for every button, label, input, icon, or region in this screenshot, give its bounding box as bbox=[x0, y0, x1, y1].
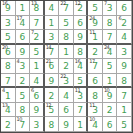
cell-digit: 5 bbox=[92, 4, 98, 13]
cell-digit: 3 bbox=[49, 33, 55, 42]
cell-digit: 4 bbox=[121, 33, 127, 42]
sudoku-cell-r8c9[interactable]: 1 bbox=[117, 103, 132, 118]
cell-digit: 6 bbox=[92, 77, 98, 86]
cage-sum-label: 12 bbox=[75, 1, 80, 6]
sudoku-cell-r5c5[interactable]: 2 bbox=[59, 59, 74, 74]
sudoku-cell-r4c1[interactable]: 206 bbox=[1, 45, 16, 60]
sudoku-cell-r4c2[interactable]: 9 bbox=[16, 45, 31, 60]
sudoku-cell-r7c5[interactable]: 4 bbox=[59, 88, 74, 103]
sudoku-cell-r2c9[interactable]: 62 bbox=[117, 16, 132, 31]
cell-digit: 3 bbox=[19, 62, 25, 71]
sudoku-cell-r4c8[interactable]: 244 bbox=[103, 45, 118, 60]
cell-digit: 7 bbox=[107, 33, 113, 42]
sudoku-cell-r9c8[interactable]: 6 bbox=[103, 117, 118, 132]
sudoku-cell-r3c7[interactable]: 111 bbox=[88, 30, 103, 45]
cell-digit: 5 bbox=[34, 48, 40, 57]
cell-digit: 6 bbox=[34, 92, 40, 101]
sudoku-cell-r1c1[interactable]: 169 bbox=[1, 1, 16, 16]
cell-digit: 1 bbox=[34, 62, 40, 71]
cage-sum-label: 12 bbox=[46, 103, 51, 108]
sudoku-cell-r3c3[interactable]: 72 bbox=[30, 30, 45, 45]
sudoku-cell-r2c2[interactable]: 174 bbox=[16, 16, 31, 31]
cage-sum-label: 6 bbox=[31, 88, 34, 93]
sudoku-cell-r3c4[interactable]: 3 bbox=[45, 30, 60, 45]
sudoku-cell-r8c7[interactable]: 113 bbox=[88, 103, 103, 118]
sudoku-cell-r5c2[interactable]: 43 bbox=[16, 59, 31, 74]
sudoku-cell-r8c4[interactable]: 125 bbox=[45, 103, 60, 118]
cell-digit: 2 bbox=[92, 48, 98, 57]
cage-sum-label: 24 bbox=[89, 16, 94, 21]
sudoku-cell-r5c9[interactable]: 9 bbox=[117, 59, 132, 74]
sudoku-cell-r4c6[interactable]: 8 bbox=[74, 45, 89, 60]
cell-digit: 2 bbox=[121, 19, 127, 28]
cell-digit: 5 bbox=[19, 92, 25, 101]
cage-sum-label: 16 bbox=[2, 1, 7, 6]
cell-digit: 1 bbox=[49, 19, 55, 28]
cell-digit: 1 bbox=[77, 121, 83, 130]
cell-digit: 4 bbox=[34, 77, 40, 86]
cell-digit: 5 bbox=[121, 121, 127, 130]
cage-sum-label: 22 bbox=[60, 1, 65, 6]
sudoku-board: 1691138422712257363174715624986256723891… bbox=[0, 0, 133, 133]
sudoku-cell-r5c8[interactable]: 5 bbox=[103, 59, 118, 74]
cell-digit: 9 bbox=[49, 77, 55, 86]
sudoku-cell-r1c9[interactable]: 6 bbox=[117, 1, 132, 16]
sudoku-cell-r9c3[interactable]: 3 bbox=[30, 117, 45, 132]
sudoku-cell-r9c2[interactable]: 107 bbox=[16, 117, 31, 132]
sudoku-cell-r6c3[interactable]: 4 bbox=[30, 74, 45, 89]
cell-digit: 7 bbox=[5, 77, 11, 86]
cell-digit: 7 bbox=[77, 106, 83, 115]
cell-digit: 1 bbox=[107, 77, 113, 86]
cell-digit: 6 bbox=[19, 33, 25, 42]
cage-sum-label: 17 bbox=[89, 59, 94, 64]
sudoku-cell-r9c9[interactable]: 5 bbox=[117, 117, 132, 132]
cage-sum-label: 4 bbox=[17, 59, 20, 64]
sudoku-cell-r7c1[interactable]: 41 bbox=[1, 88, 16, 103]
cell-digit: 5 bbox=[77, 77, 83, 86]
sudoku-cell-r1c2[interactable]: 1 bbox=[16, 1, 31, 16]
sudoku-cell-r8c5[interactable]: 6 bbox=[59, 103, 74, 118]
cell-digit: 7 bbox=[121, 92, 127, 101]
sudoku-cell-r9c1[interactable]: 2 bbox=[1, 117, 16, 132]
cage-sum-label: 11 bbox=[89, 30, 94, 35]
sudoku-cell-r3c8[interactable]: 7 bbox=[103, 30, 118, 45]
sudoku-cell-r2c5[interactable]: 5 bbox=[59, 16, 74, 31]
sudoku-cell-r6c9[interactable]: 8 bbox=[117, 74, 132, 89]
cage-sum-label: 7 bbox=[104, 1, 107, 6]
sudoku-cell-r9c6[interactable]: 1 bbox=[74, 117, 89, 132]
sudoku-cell-r4c9[interactable]: 3 bbox=[117, 45, 132, 60]
cell-digit: 2 bbox=[5, 121, 11, 130]
sudoku-cell-r2c1[interactable]: 3 bbox=[1, 16, 16, 31]
sudoku-cell-r9c7[interactable]: 104 bbox=[88, 117, 103, 132]
cage-sum-label: 20 bbox=[2, 45, 7, 50]
cell-digit: 3 bbox=[107, 4, 113, 13]
cell-digit: 9 bbox=[77, 33, 83, 42]
cage-sum-label: 14 bbox=[46, 45, 51, 50]
sudoku-cell-r1c7[interactable]: 5 bbox=[88, 1, 103, 16]
cell-digit: 1 bbox=[63, 48, 69, 57]
cage-sum-label: 16 bbox=[75, 59, 80, 64]
sudoku-cell-r7c8[interactable]: 109 bbox=[103, 88, 118, 103]
sudoku-cell-r2c6[interactable]: 6 bbox=[74, 16, 89, 31]
cage-sum-label: 4 bbox=[2, 88, 5, 93]
sudoku-cell-r6c6[interactable]: 5 bbox=[74, 74, 89, 89]
cell-digit: 8 bbox=[107, 19, 113, 28]
sudoku-cell-r3c5[interactable]: 8 bbox=[59, 30, 74, 45]
sudoku-cell-r5c6[interactable]: 164 bbox=[74, 59, 89, 74]
cage-sum-label: 7 bbox=[31, 30, 34, 35]
sudoku-cell-r1c3[interactable]: 138 bbox=[30, 1, 45, 16]
cell-digit: 3 bbox=[34, 121, 40, 130]
sudoku-cell-r6c8[interactable]: 1 bbox=[103, 74, 118, 89]
sudoku-cell-r1c6[interactable]: 122 bbox=[74, 1, 89, 16]
sudoku-cell-r4c3[interactable]: 5 bbox=[30, 45, 45, 60]
cage-sum-label: 17 bbox=[17, 16, 22, 21]
cell-digit: 2 bbox=[63, 62, 69, 71]
cell-digit: 4 bbox=[63, 92, 69, 101]
sudoku-cell-r7c6[interactable]: 113 bbox=[74, 88, 89, 103]
cell-digit: 6 bbox=[107, 121, 113, 130]
sudoku-cell-r2c4[interactable]: 1 bbox=[45, 16, 60, 31]
sudoku-cell-r8c6[interactable]: 7 bbox=[74, 103, 89, 118]
sudoku-cell-r1c4[interactable]: 4 bbox=[45, 1, 60, 16]
sudoku-cell-r9c5[interactable]: 9 bbox=[59, 117, 74, 132]
sudoku-cell-r6c4[interactable]: 9 bbox=[45, 74, 60, 89]
cage-sum-label: 6 bbox=[118, 16, 121, 21]
sudoku-cell-r8c1[interactable]: 134 bbox=[1, 103, 16, 118]
cell-digit: 1 bbox=[5, 92, 11, 101]
cell-digit: 5 bbox=[5, 33, 11, 42]
sudoku-cell-r5c1[interactable]: 8 bbox=[1, 59, 16, 74]
cell-digit: 4 bbox=[49, 4, 55, 13]
cell-digit: 8 bbox=[121, 77, 127, 86]
sudoku-cell-r5c7[interactable]: 177 bbox=[88, 59, 103, 74]
sudoku-cell-r4c4[interactable]: 147 bbox=[45, 45, 60, 60]
sudoku-cell-r5c3[interactable]: 1 bbox=[30, 59, 45, 74]
sudoku-cell-r9c4[interactable]: 8 bbox=[45, 117, 60, 132]
cell-digit: 1 bbox=[121, 106, 127, 115]
cell-digit: 2 bbox=[19, 77, 25, 86]
sudoku-cell-r5c4[interactable]: 216 bbox=[45, 59, 60, 74]
sudoku-cell-r2c3[interactable]: 7 bbox=[30, 16, 45, 31]
cell-digit: 8 bbox=[63, 33, 69, 42]
sudoku-cell-r6c7[interactable]: 6 bbox=[88, 74, 103, 89]
cell-digit: 7 bbox=[34, 19, 40, 28]
sudoku-cell-r7c7[interactable]: 8 bbox=[88, 88, 103, 103]
cell-digit: 2 bbox=[107, 106, 113, 115]
cage-sum-label: 11 bbox=[89, 103, 94, 108]
cage-sum-label: 11 bbox=[75, 88, 80, 93]
cell-digit: 2 bbox=[49, 92, 55, 101]
cage-sum-label: 21 bbox=[46, 59, 51, 64]
sudoku-cell-r3c6[interactable]: 9 bbox=[74, 30, 89, 45]
cell-digit: 1 bbox=[19, 4, 25, 13]
cell-digit: 6 bbox=[63, 106, 69, 115]
sudoku-cell-r8c3[interactable]: 9 bbox=[30, 103, 45, 118]
sudoku-cell-r7c4[interactable]: 2 bbox=[45, 88, 60, 103]
cell-digit: 9 bbox=[19, 48, 25, 57]
sudoku-cell-r1c5[interactable]: 227 bbox=[59, 1, 74, 16]
sudoku-cell-r4c7[interactable]: 2 bbox=[88, 45, 103, 60]
sudoku-cell-r6c5[interactable]: 223 bbox=[59, 74, 74, 89]
cell-digit: 3 bbox=[5, 19, 11, 28]
sudoku-cell-r7c3[interactable]: 66 bbox=[30, 88, 45, 103]
cell-digit: 9 bbox=[34, 106, 40, 115]
sudoku-cell-r3c9[interactable]: 4 bbox=[117, 30, 132, 45]
sudoku-cell-r8c8[interactable]: 2 bbox=[103, 103, 118, 118]
sudoku-cell-r3c1[interactable]: 5 bbox=[1, 30, 16, 45]
cell-digit: 6 bbox=[121, 4, 127, 13]
sudoku-cell-r2c7[interactable]: 249 bbox=[88, 16, 103, 31]
cage-sum-label: 22 bbox=[60, 74, 65, 79]
cell-digit: 5 bbox=[107, 62, 113, 71]
sudoku-cell-r4c5[interactable]: 1 bbox=[59, 45, 74, 60]
cell-digit: 8 bbox=[92, 92, 98, 101]
sudoku-cell-r3c2[interactable]: 6 bbox=[16, 30, 31, 45]
sudoku-cell-r2c8[interactable]: 8 bbox=[103, 16, 118, 31]
cage-sum-label: 13 bbox=[2, 103, 7, 108]
cell-digit: 3 bbox=[121, 48, 127, 57]
cage-sum-label: 10 bbox=[17, 117, 22, 122]
cell-digit: 5 bbox=[63, 19, 69, 28]
sudoku-cell-r7c9[interactable]: 7 bbox=[117, 88, 132, 103]
cell-digit: 8 bbox=[77, 48, 83, 57]
sudoku-cell-r6c2[interactable]: 2 bbox=[16, 74, 31, 89]
cell-digit: 8 bbox=[49, 121, 55, 130]
sudoku-cell-r7c2[interactable]: 5 bbox=[16, 88, 31, 103]
cage-sum-label: 10 bbox=[104, 88, 109, 93]
sudoku-cell-r6c1[interactable]: 7 bbox=[1, 74, 16, 89]
cage-sum-label: 24 bbox=[104, 45, 109, 50]
cell-digit: 8 bbox=[5, 62, 11, 71]
cell-digit: 9 bbox=[121, 62, 127, 71]
cage-sum-label: 10 bbox=[89, 117, 94, 122]
cell-digit: 2 bbox=[34, 33, 40, 42]
cell-digit: 6 bbox=[77, 19, 83, 28]
cage-sum-label: 13 bbox=[31, 1, 36, 6]
sudoku-cell-r1c8[interactable]: 73 bbox=[103, 1, 118, 16]
cell-digit: 8 bbox=[19, 106, 25, 115]
sudoku-cell-r8c2[interactable]: 8 bbox=[16, 103, 31, 118]
cell-digit: 9 bbox=[63, 121, 69, 130]
